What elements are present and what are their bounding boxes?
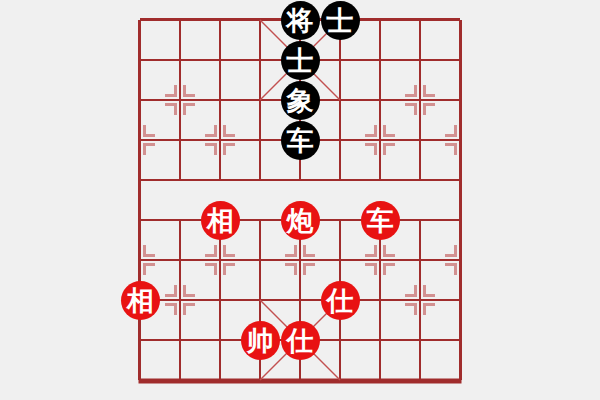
xiangqi-board-screenshot: 将士士象车相炮车相仕帅仕 [0, 0, 600, 400]
board-point-c1-r7[interactable] [160, 280, 200, 320]
board-point-c1-r2[interactable] [160, 80, 200, 120]
board-point-c1-r8[interactable] [160, 320, 200, 360]
piece-glyph: 帅 [247, 327, 274, 354]
board-point-c7-r5[interactable] [400, 200, 440, 240]
board-point-c6-r2[interactable] [360, 80, 400, 120]
board-point-c0-r8[interactable] [120, 320, 160, 360]
board-point-c6-r5[interactable]: 车 [360, 200, 400, 240]
board-point-c4-r2[interactable]: 象 [280, 80, 320, 120]
black-general[interactable]: 将 [281, 1, 320, 40]
board-point-c3-r0[interactable] [240, 0, 280, 40]
board-point-c0-r4[interactable] [120, 160, 160, 200]
board-point-c7-r2[interactable] [400, 80, 440, 120]
board-point-c7-r9[interactable] [400, 360, 440, 400]
board-point-c2-r5[interactable]: 相 [200, 200, 240, 240]
board-point-c4-r7[interactable] [280, 280, 320, 320]
board-point-c0-r1[interactable] [120, 40, 160, 80]
board-point-c2-r7[interactable] [200, 280, 240, 320]
piece-glyph: 仕 [327, 287, 354, 314]
board-point-c6-r1[interactable] [360, 40, 400, 80]
board-point-c5-r4[interactable] [320, 160, 360, 200]
board-point-c1-r4[interactable] [160, 160, 200, 200]
board-point-c8-r3[interactable] [440, 120, 480, 160]
board-point-c7-r6[interactable] [400, 240, 440, 280]
piece-glyph: 士 [287, 47, 314, 74]
board-point-c8-r9[interactable] [440, 360, 480, 400]
red-king[interactable]: 帅 [241, 321, 280, 360]
board-point-c5-r0[interactable]: 士 [320, 0, 360, 40]
board-point-c7-r0[interactable] [400, 0, 440, 40]
board-point-c1-r9[interactable] [160, 360, 200, 400]
board-point-c5-r5[interactable] [320, 200, 360, 240]
board-point-c3-r2[interactable] [240, 80, 280, 120]
board-point-c2-r2[interactable] [200, 80, 240, 120]
board-point-c5-r1[interactable] [320, 40, 360, 80]
board-point-c7-r3[interactable] [400, 120, 440, 160]
board-point-c5-r7[interactable]: 仕 [320, 280, 360, 320]
board-point-c3-r6[interactable] [240, 240, 280, 280]
board-point-c1-r1[interactable] [160, 40, 200, 80]
piece-glyph: 仕 [287, 327, 314, 354]
board-point-c0-r7[interactable]: 相 [120, 280, 160, 320]
board-point-c0-r0[interactable] [120, 0, 160, 40]
board-point-c2-r6[interactable] [200, 240, 240, 280]
board-point-c8-r0[interactable] [440, 0, 480, 40]
black-advisor[interactable]: 士 [281, 41, 320, 80]
board-point-c4-r1[interactable]: 士 [280, 40, 320, 80]
board-point-c2-r4[interactable] [200, 160, 240, 200]
board-point-c2-r3[interactable] [200, 120, 240, 160]
board-point-c6-r8[interactable] [360, 320, 400, 360]
board-point-c3-r3[interactable] [240, 120, 280, 160]
board-point-c5-r8[interactable] [320, 320, 360, 360]
board-point-c3-r7[interactable] [240, 280, 280, 320]
board-point-c2-r9[interactable] [200, 360, 240, 400]
red-elephant[interactable]: 相 [201, 201, 240, 240]
board-point-c8-r6[interactable] [440, 240, 480, 280]
black-advisor[interactable]: 士 [321, 1, 360, 40]
board-point-c1-r0[interactable] [160, 0, 200, 40]
board-point-c8-r4[interactable] [440, 160, 480, 200]
board-point-c5-r6[interactable] [320, 240, 360, 280]
board-point-c4-r5[interactable]: 炮 [280, 200, 320, 240]
board-point-c6-r4[interactable] [360, 160, 400, 200]
board-point-c4-r6[interactable] [280, 240, 320, 280]
red-elephant[interactable]: 相 [121, 281, 160, 320]
black-chariot[interactable]: 车 [281, 121, 320, 160]
piece-glyph: 相 [207, 207, 234, 234]
board-point-c4-r0[interactable]: 将 [280, 0, 320, 40]
red-advisor[interactable]: 仕 [281, 321, 320, 360]
piece-glyph: 车 [367, 207, 394, 234]
board-point-c3-r8[interactable]: 帅 [240, 320, 280, 360]
board-point-c8-r2[interactable] [440, 80, 480, 120]
red-chariot[interactable]: 车 [361, 201, 400, 240]
board-point-c3-r4[interactable] [240, 160, 280, 200]
board-point-c0-r9[interactable] [120, 360, 160, 400]
board-points-grid: 将士士象车相炮车相仕帅仕 [120, 0, 480, 400]
board-point-c6-r6[interactable] [360, 240, 400, 280]
board-point-c5-r3[interactable] [320, 120, 360, 160]
piece-glyph: 相 [127, 287, 154, 314]
board-point-c1-r5[interactable] [160, 200, 200, 240]
board-point-c2-r8[interactable] [200, 320, 240, 360]
piece-glyph: 将 [287, 7, 314, 34]
board-point-c2-r1[interactable] [200, 40, 240, 80]
board-point-c4-r9[interactable] [280, 360, 320, 400]
black-elephant[interactable]: 象 [281, 81, 320, 120]
board-point-c7-r7[interactable] [400, 280, 440, 320]
board-point-c0-r6[interactable] [120, 240, 160, 280]
piece-glyph: 士 [327, 7, 354, 34]
board-point-c8-r5[interactable] [440, 200, 480, 240]
red-cannon[interactable]: 炮 [281, 201, 320, 240]
board-point-c4-r4[interactable] [280, 160, 320, 200]
board-point-c7-r1[interactable] [400, 40, 440, 80]
board-point-c5-r2[interactable] [320, 80, 360, 120]
board-point-c7-r4[interactable] [400, 160, 440, 200]
piece-glyph: 炮 [287, 207, 314, 234]
board-point-c6-r7[interactable] [360, 280, 400, 320]
board-point-c3-r5[interactable] [240, 200, 280, 240]
board-point-c6-r9[interactable] [360, 360, 400, 400]
board-point-c3-r9[interactable] [240, 360, 280, 400]
board-point-c0-r2[interactable] [120, 80, 160, 120]
board-point-c4-r8[interactable]: 仕 [280, 320, 320, 360]
board-point-c5-r9[interactable] [320, 360, 360, 400]
board-point-c6-r3[interactable] [360, 120, 400, 160]
board-point-c4-r3[interactable]: 车 [280, 120, 320, 160]
red-advisor[interactable]: 仕 [321, 281, 360, 320]
board-point-c6-r0[interactable] [360, 0, 400, 40]
board-point-c7-r8[interactable] [400, 320, 440, 360]
board-point-c8-r7[interactable] [440, 280, 480, 320]
board-point-c0-r3[interactable] [120, 120, 160, 160]
board-point-c8-r8[interactable] [440, 320, 480, 360]
piece-glyph: 车 [287, 127, 314, 154]
board-point-c0-r5[interactable] [120, 200, 160, 240]
board-point-c1-r6[interactable] [160, 240, 200, 280]
piece-glyph: 象 [287, 87, 314, 114]
board-point-c3-r1[interactable] [240, 40, 280, 80]
board-point-c1-r3[interactable] [160, 120, 200, 160]
board-point-c2-r0[interactable] [200, 0, 240, 40]
board-point-c8-r1[interactable] [440, 40, 480, 80]
